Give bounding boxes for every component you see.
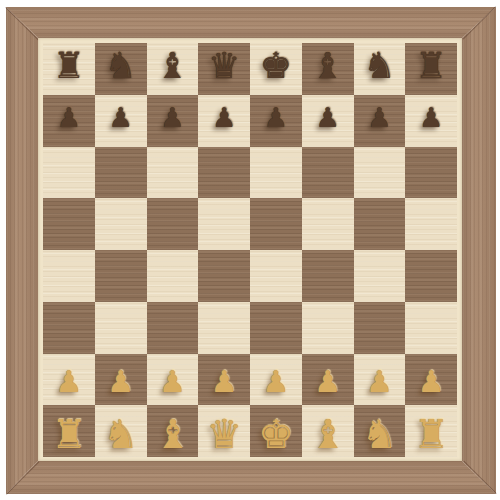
square-h7[interactable]: ♟	[405, 95, 457, 147]
square-c1[interactable]: ♝	[147, 405, 199, 457]
frame-top-rail	[6, 7, 496, 38]
piece-black-bishop[interactable]: ♝	[156, 48, 188, 84]
piece-white-knight[interactable]: ♞	[361, 414, 397, 454]
piece-black-rook[interactable]: ♜	[53, 48, 85, 84]
piece-white-king[interactable]: ♚	[258, 414, 294, 454]
square-f2[interactable]: ♟	[302, 354, 354, 406]
piece-white-rook[interactable]: ♜	[51, 414, 87, 454]
square-d1[interactable]: ♛	[198, 405, 250, 457]
frame-left-rail	[6, 7, 38, 494]
square-b6[interactable]	[95, 147, 147, 199]
piece-black-pawn[interactable]: ♟	[57, 104, 81, 131]
square-f6[interactable]	[302, 147, 354, 199]
square-g4[interactable]	[354, 250, 406, 302]
square-a3[interactable]	[43, 302, 95, 354]
square-d2[interactable]: ♟	[198, 354, 250, 406]
piece-black-knight[interactable]: ♞	[104, 48, 136, 84]
square-a1[interactable]: ♜	[43, 405, 95, 457]
square-g8[interactable]: ♞	[354, 43, 406, 95]
chess-board-grid: ♜♞♝♛♚♝♞♜♟♟♟♟♟♟♟♟♟♟♟♟♟♟♟♟♜♞♝♛♚♝♞♜	[43, 43, 457, 457]
piece-black-pawn[interactable]: ♟	[419, 104, 443, 131]
piece-black-pawn[interactable]: ♟	[367, 104, 391, 131]
square-g2[interactable]: ♟	[354, 354, 406, 406]
square-g1[interactable]: ♞	[354, 405, 406, 457]
square-f1[interactable]: ♝	[302, 405, 354, 457]
piece-white-pawn[interactable]: ♟	[211, 367, 238, 397]
piece-black-queen[interactable]: ♛	[208, 48, 240, 84]
piece-black-rook[interactable]: ♜	[415, 48, 447, 84]
square-h5[interactable]	[405, 198, 457, 250]
square-d5[interactable]	[198, 198, 250, 250]
square-a5[interactable]	[43, 198, 95, 250]
square-c2[interactable]: ♟	[147, 354, 199, 406]
square-c5[interactable]	[147, 198, 199, 250]
square-b7[interactable]: ♟	[95, 95, 147, 147]
piece-black-bishop[interactable]: ♝	[311, 48, 343, 84]
piece-white-rook[interactable]: ♜	[413, 414, 449, 454]
piece-white-bishop[interactable]: ♝	[310, 414, 346, 454]
square-c8[interactable]: ♝	[147, 43, 199, 95]
square-h4[interactable]	[405, 250, 457, 302]
square-d4[interactable]	[198, 250, 250, 302]
square-h6[interactable]	[405, 147, 457, 199]
square-b4[interactable]	[95, 250, 147, 302]
square-d6[interactable]	[198, 147, 250, 199]
square-g5[interactable]	[354, 198, 406, 250]
piece-black-pawn[interactable]: ♟	[109, 104, 133, 131]
square-e7[interactable]: ♟	[250, 95, 302, 147]
piece-black-pawn[interactable]: ♟	[316, 104, 340, 131]
square-e5[interactable]	[250, 198, 302, 250]
square-d3[interactable]	[198, 302, 250, 354]
piece-white-pawn[interactable]: ♟	[159, 367, 186, 397]
piece-white-bishop[interactable]: ♝	[154, 414, 190, 454]
chess-board-photo: ♜♞♝♛♚♝♞♜♟♟♟♟♟♟♟♟♟♟♟♟♟♟♟♟♜♞♝♛♚♝♞♜	[0, 0, 500, 500]
square-a2[interactable]: ♟	[43, 354, 95, 406]
square-h8[interactable]: ♜	[405, 43, 457, 95]
square-b8[interactable]: ♞	[95, 43, 147, 95]
square-b2[interactable]: ♟	[95, 354, 147, 406]
piece-white-pawn[interactable]: ♟	[262, 367, 289, 397]
square-d8[interactable]: ♛	[198, 43, 250, 95]
square-h2[interactable]: ♟	[405, 354, 457, 406]
square-b3[interactable]	[95, 302, 147, 354]
square-c4[interactable]	[147, 250, 199, 302]
square-g7[interactable]: ♟	[354, 95, 406, 147]
piece-black-king[interactable]: ♚	[260, 48, 292, 84]
piece-black-pawn[interactable]: ♟	[212, 104, 236, 131]
square-e4[interactable]	[250, 250, 302, 302]
frame-right-rail	[462, 7, 496, 494]
square-f8[interactable]: ♝	[302, 43, 354, 95]
piece-black-knight[interactable]: ♞	[363, 48, 395, 84]
square-g6[interactable]	[354, 147, 406, 199]
square-a4[interactable]	[43, 250, 95, 302]
square-h1[interactable]: ♜	[405, 405, 457, 457]
piece-white-queen[interactable]: ♛	[206, 414, 242, 454]
piece-white-pawn[interactable]: ♟	[314, 367, 341, 397]
square-a7[interactable]: ♟	[43, 95, 95, 147]
piece-white-pawn[interactable]: ♟	[366, 367, 393, 397]
square-c7[interactable]: ♟	[147, 95, 199, 147]
square-e1[interactable]: ♚	[250, 405, 302, 457]
square-f3[interactable]	[302, 302, 354, 354]
square-a8[interactable]: ♜	[43, 43, 95, 95]
square-b5[interactable]	[95, 198, 147, 250]
square-f7[interactable]: ♟	[302, 95, 354, 147]
square-c3[interactable]	[147, 302, 199, 354]
square-g3[interactable]	[354, 302, 406, 354]
square-e3[interactable]	[250, 302, 302, 354]
square-b1[interactable]: ♞	[95, 405, 147, 457]
piece-white-knight[interactable]: ♞	[103, 414, 139, 454]
piece-black-pawn[interactable]: ♟	[160, 104, 184, 131]
square-d7[interactable]: ♟	[198, 95, 250, 147]
square-e2[interactable]: ♟	[250, 354, 302, 406]
square-f4[interactable]	[302, 250, 354, 302]
square-a6[interactable]	[43, 147, 95, 199]
piece-white-pawn[interactable]: ♟	[107, 367, 134, 397]
piece-white-pawn[interactable]: ♟	[418, 367, 445, 397]
piece-white-pawn[interactable]: ♟	[55, 367, 82, 397]
square-h3[interactable]	[405, 302, 457, 354]
frame-bottom-rail	[6, 461, 496, 494]
square-c6[interactable]	[147, 147, 199, 199]
piece-black-pawn[interactable]: ♟	[264, 104, 288, 131]
square-f5[interactable]	[302, 198, 354, 250]
square-e8[interactable]: ♚	[250, 43, 302, 95]
square-e6[interactable]	[250, 147, 302, 199]
